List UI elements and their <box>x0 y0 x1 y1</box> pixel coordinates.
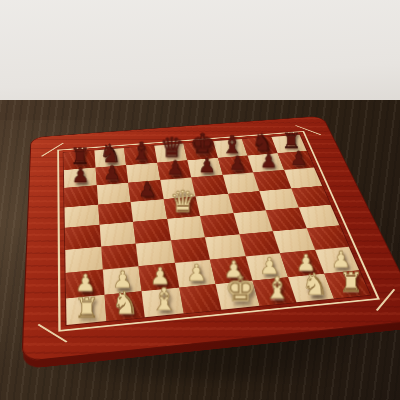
photo-scene: ♜♞♝♛♚♝♞♜♟♟♟♟♟♟♟♟♛♟♟♟♟♟♟♟♟♜♞♝♚♝♞♜ <box>0 0 400 400</box>
piece-black-pawn[interactable]: ♟ <box>229 154 247 174</box>
piece-black-pawn[interactable]: ♟ <box>138 179 156 199</box>
square-g5[interactable] <box>259 188 298 210</box>
square-a5[interactable] <box>65 204 100 227</box>
square-e6[interactable] <box>191 175 227 196</box>
piece-white-bishop[interactable]: ♝ <box>264 273 292 304</box>
square-a1[interactable]: ♜ <box>66 294 106 325</box>
piece-black-pawn[interactable]: ♟ <box>167 159 185 179</box>
playing-area: ♜♞♝♛♚♝♞♜♟♟♟♟♟♟♟♟♛♟♟♟♟♟♟♟♟♜♞♝♚♝♞♜ <box>64 135 370 325</box>
square-b7[interactable]: ♟ <box>95 165 128 185</box>
square-b5[interactable] <box>98 202 133 225</box>
piece-white-rook[interactable]: ♜ <box>339 269 363 296</box>
square-b4[interactable] <box>99 222 136 247</box>
piece-white-queen[interactable]: ♛ <box>170 187 197 217</box>
square-d2[interactable]: ♟ <box>174 260 215 288</box>
piece-black-bishop[interactable]: ♝ <box>130 138 152 163</box>
square-e1[interactable]: ♚ <box>215 280 259 309</box>
piece-white-king[interactable]: ♚ <box>224 272 256 307</box>
piece-black-pawn[interactable]: ♟ <box>103 164 121 184</box>
piece-white-knight[interactable]: ♞ <box>301 269 328 300</box>
square-c8[interactable]: ♝ <box>124 146 157 165</box>
square-e5[interactable] <box>195 194 233 216</box>
square-b1[interactable]: ♞ <box>104 291 145 321</box>
square-c1[interactable]: ♝ <box>142 287 184 317</box>
piece-white-pawn[interactable]: ♟ <box>187 262 208 285</box>
square-d5[interactable]: ♛ <box>163 196 200 219</box>
square-d1[interactable] <box>179 284 222 314</box>
square-f4[interactable] <box>233 210 273 234</box>
square-c6[interactable]: ♟ <box>128 180 163 201</box>
piece-white-bishop[interactable]: ♝ <box>150 283 178 314</box>
piece-white-knight[interactable]: ♞ <box>111 287 139 318</box>
square-f5[interactable] <box>228 191 266 213</box>
piece-black-pawn[interactable]: ♟ <box>290 149 307 168</box>
square-h4[interactable] <box>298 205 339 228</box>
piece-white-rook[interactable]: ♜ <box>74 294 99 322</box>
square-d4[interactable] <box>167 216 205 240</box>
piece-black-pawn[interactable]: ♟ <box>260 151 277 171</box>
piece-black-pawn[interactable]: ♟ <box>71 166 89 186</box>
piece-black-pawn[interactable]: ♟ <box>198 156 216 176</box>
corner-inlay-line <box>376 289 396 311</box>
corner-inlay-line <box>41 143 64 157</box>
corner-inlay-line <box>37 324 67 343</box>
square-g1[interactable]: ♞ <box>288 273 333 302</box>
square-f1[interactable]: ♝ <box>252 277 297 306</box>
